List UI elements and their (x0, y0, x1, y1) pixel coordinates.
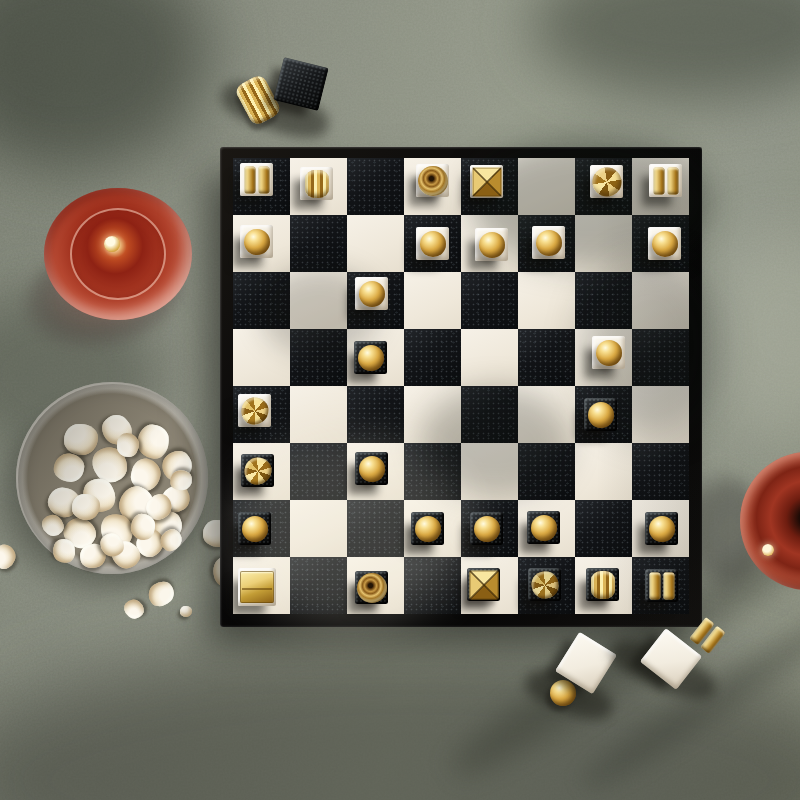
brass-sphere-top (244, 229, 270, 255)
brass-book-top (689, 617, 727, 655)
piece-black-pawn-g4[interactable] (584, 398, 617, 431)
piece-white-queen-d8[interactable] (416, 164, 449, 197)
brass-xslab-top (469, 570, 498, 599)
brass-sphere-top (359, 281, 385, 307)
piece-white-pawn-f7[interactable] (532, 226, 565, 259)
piece-black-bishop-a3[interactable] (241, 454, 274, 487)
brass-sphere-top (242, 516, 268, 542)
tabletop-scene (0, 0, 800, 800)
piece-white-slab-piece-a1[interactable] (238, 568, 276, 606)
piece-black-pawn-a2[interactable] (238, 512, 271, 545)
chess-board (220, 147, 702, 627)
popcorn-puff (72, 494, 100, 520)
piece-white-pawn-g5[interactable] (592, 336, 625, 369)
brass-book-top (648, 572, 675, 599)
piece-black-pawn-d2[interactable] (411, 512, 444, 545)
popcorn-bowl (12, 382, 212, 582)
piece-white-knight-b8[interactable] (300, 167, 333, 200)
piece-white-bishop-a4[interactable] (238, 394, 271, 427)
piece-white-pawn-e7[interactable] (475, 228, 508, 261)
piece-black-knight-g1[interactable] (586, 568, 619, 601)
popcorn-puff-scattered (121, 596, 148, 623)
piece-white-pawn-h7[interactable] (648, 227, 681, 260)
piece-black-bishop-f1[interactable] (528, 568, 561, 601)
brass-sphere-top (479, 232, 505, 258)
table-light-right (700, 230, 800, 440)
piece-white-pawn-c6[interactable] (355, 277, 388, 310)
wine-glass-inner-rim (70, 208, 166, 300)
captured-white-rook[interactable] (636, 616, 756, 696)
brass-rosette-top (244, 457, 271, 484)
brass-sphere-top (649, 516, 675, 542)
brass-sphere-top (588, 402, 614, 428)
piece-white-rook-h8[interactable] (649, 164, 682, 197)
piece-white-rook-a8[interactable] (240, 163, 273, 196)
brass-slab-top (240, 571, 274, 603)
brass-sphere-top (358, 345, 384, 371)
brass-bowl-top (357, 573, 387, 603)
brass-sphere-top (536, 230, 562, 256)
brass-sphere-top (652, 231, 678, 257)
wine-glass-highlight (104, 236, 120, 252)
brass-bowl-top (418, 166, 448, 196)
brass-book-top (243, 166, 270, 193)
piece-black-pawn-f2[interactable] (527, 511, 560, 544)
brass-rosette-top (241, 397, 268, 424)
wine-glass-top-left (36, 186, 196, 336)
brass-pinwheel-top (592, 167, 621, 196)
table-shadow-top-left (0, 0, 210, 170)
piece-black-pawn-e2[interactable] (470, 512, 503, 545)
wine-glass-right-highlight (762, 544, 774, 556)
brass-scroll-top (591, 571, 615, 599)
table-shadow-top-right (530, 0, 800, 100)
piece-black-king-e1[interactable] (467, 568, 500, 601)
brass-book-top (652, 167, 679, 194)
brass-sphere-top (415, 516, 441, 542)
piece-white-king-e8[interactable] (470, 165, 503, 198)
brass-scroll-top (305, 170, 329, 198)
piece-black-rook-h1[interactable] (645, 569, 678, 602)
brass-sphere-top (474, 516, 500, 542)
brass-sphere-top (420, 231, 446, 257)
brass-lotus-top (531, 571, 558, 598)
brass-sphere-top (359, 456, 385, 482)
brass-sphere-top (550, 680, 576, 706)
piece-white-pawn-d7[interactable] (416, 227, 449, 260)
brass-sphere-top (531, 515, 557, 541)
pieces-layer (233, 158, 689, 614)
brass-xslab-top (472, 167, 501, 196)
popcorn-puff-scattered (180, 605, 193, 617)
piece-black-pawn-h2[interactable] (645, 512, 678, 545)
piece-black-pawn-c5[interactable] (354, 341, 387, 374)
piece-white-pawn-a7[interactable] (240, 225, 273, 258)
captured-black-knight[interactable] (234, 56, 354, 136)
piece-black-queen-c1[interactable] (355, 571, 388, 604)
piece-black-pawn-c3[interactable] (355, 452, 388, 485)
brass-sphere-top (596, 340, 622, 366)
piece-white-bishop-g8[interactable] (590, 165, 623, 198)
